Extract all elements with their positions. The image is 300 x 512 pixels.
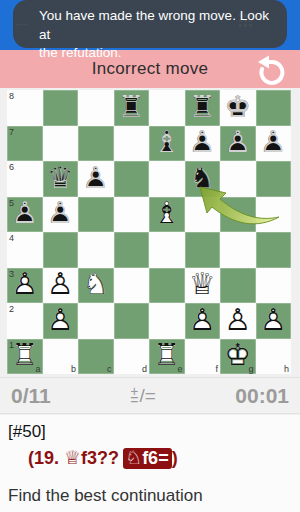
- square-c8[interactable]: [78, 90, 114, 126]
- move-prefix: (19.: [28, 448, 64, 468]
- square-g3[interactable]: [220, 268, 256, 304]
- square-h4[interactable]: [256, 232, 292, 268]
- square-f5[interactable]: [185, 197, 221, 233]
- evaluation-badge[interactable]: + = /=: [130, 385, 156, 407]
- rank-label: 1: [9, 340, 14, 350]
- black-pawn[interactable]: ♟♙: [256, 126, 292, 162]
- knight-glyph: ♘: [125, 446, 142, 468]
- square-h8[interactable]: [256, 90, 292, 126]
- square-d8[interactable]: ♜♖: [114, 90, 150, 126]
- white-pawn[interactable]: ♟♙: [43, 268, 79, 304]
- square-g5[interactable]: [220, 197, 256, 233]
- black-queen[interactable]: ♛♕: [43, 161, 79, 197]
- black-pawn[interactable]: ♟♙: [43, 197, 79, 233]
- square-f7[interactable]: ♟♙: [185, 126, 221, 162]
- square-a6[interactable]: 6: [7, 161, 43, 197]
- black-pawn[interactable]: ♟♙: [220, 126, 256, 162]
- square-d7[interactable]: [114, 126, 150, 162]
- rank-label: 3: [9, 269, 14, 279]
- square-b4[interactable]: [43, 232, 79, 268]
- file-label: b: [71, 364, 76, 374]
- file-label: h: [284, 364, 289, 374]
- square-a2[interactable]: 2: [7, 303, 43, 339]
- square-h2[interactable]: ♟♙: [256, 303, 292, 339]
- rank-label: 7: [9, 127, 14, 137]
- black-rook[interactable]: ♜♖: [185, 90, 221, 126]
- square-b8[interactable]: [43, 90, 79, 126]
- file-label: e: [177, 364, 182, 374]
- white-pawn[interactable]: ♟♙: [256, 303, 292, 339]
- rank-label: 6: [9, 162, 14, 172]
- square-g1[interactable]: g♚♔: [220, 339, 256, 375]
- rank-label: 8: [9, 91, 14, 101]
- square-h5[interactable]: [256, 197, 292, 233]
- file-label: c: [107, 364, 112, 374]
- black-pawn[interactable]: ♟♙: [185, 126, 221, 162]
- square-f3[interactable]: ♛♕: [185, 268, 221, 304]
- white-queen[interactable]: ♛♕: [185, 268, 221, 304]
- square-f8[interactable]: ♜♖: [185, 90, 221, 126]
- eval-equals: =: [130, 396, 138, 405]
- square-a7[interactable]: 7: [7, 126, 43, 162]
- square-b1[interactable]: b: [43, 339, 79, 375]
- square-a1[interactable]: 1a♜♖: [7, 339, 43, 375]
- square-d2[interactable]: [114, 303, 150, 339]
- white-pawn[interactable]: ♟♙: [43, 303, 79, 339]
- square-a4[interactable]: 4: [7, 232, 43, 268]
- square-a8[interactable]: 8: [7, 90, 43, 126]
- black-pawn[interactable]: ♟♙: [78, 161, 114, 197]
- square-c4[interactable]: [78, 232, 114, 268]
- square-f4[interactable]: [185, 232, 221, 268]
- square-f2[interactable]: ♟♙: [185, 303, 221, 339]
- square-h1[interactable]: h: [256, 339, 292, 375]
- undo-icon[interactable]: [252, 53, 290, 85]
- square-d3[interactable]: [114, 268, 150, 304]
- square-b2[interactable]: ♟♙: [43, 303, 79, 339]
- square-g2[interactable]: ♟♙: [220, 303, 256, 339]
- square-e7[interactable]: ♝♗: [149, 126, 185, 162]
- square-d4[interactable]: [114, 232, 150, 268]
- square-e5[interactable]: ♝♗: [149, 197, 185, 233]
- file-label: a: [35, 364, 40, 374]
- white-knight[interactable]: ♞♘: [78, 268, 114, 304]
- status-bar: 0/11 + = /= 00:01: [0, 377, 300, 414]
- white-bishop[interactable]: ♝♗: [149, 197, 185, 233]
- toast-line1: You have made the wrong move. Look at: [39, 8, 269, 42]
- white-pawn[interactable]: ♟♙: [185, 303, 221, 339]
- file-label: f: [215, 364, 218, 374]
- move-line[interactable]: (19. ♕f3??♘f6=): [28, 446, 178, 469]
- task-prompt: Find the best continuation: [8, 486, 203, 506]
- refutation-text: f6=: [142, 448, 169, 468]
- toast-line2: the refutation.: [39, 45, 122, 60]
- square-d6[interactable]: [114, 161, 150, 197]
- square-c5[interactable]: [78, 197, 114, 233]
- square-c1[interactable]: c: [78, 339, 114, 375]
- square-h7[interactable]: ♟♙: [256, 126, 292, 162]
- square-g4[interactable]: [220, 232, 256, 268]
- square-g7[interactable]: ♟♙: [220, 126, 256, 162]
- square-c7[interactable]: [78, 126, 114, 162]
- square-h3[interactable]: [256, 268, 292, 304]
- file-label: d: [142, 364, 147, 374]
- rank-label: 5: [9, 198, 14, 208]
- square-h6[interactable]: [256, 161, 292, 197]
- square-d1[interactable]: d: [114, 339, 150, 375]
- file-label: g: [248, 364, 253, 374]
- square-e1[interactable]: e♜♖: [149, 339, 185, 375]
- black-rook[interactable]: ♜♖: [114, 90, 150, 126]
- black-king[interactable]: ♚♔: [220, 90, 256, 126]
- square-c3[interactable]: ♞♘: [78, 268, 114, 304]
- square-e3[interactable]: [149, 268, 185, 304]
- rank-label: 2: [9, 304, 14, 314]
- square-b5[interactable]: ♟♙: [43, 197, 79, 233]
- square-b6[interactable]: ♛♕: [43, 161, 79, 197]
- square-c6[interactable]: ♟♙: [78, 161, 114, 197]
- square-g8[interactable]: ♚♔: [220, 90, 256, 126]
- square-f6[interactable]: ♞♘: [185, 161, 221, 197]
- eval-suffix: /=: [139, 385, 155, 407]
- white-pawn[interactable]: ♟♙: [220, 303, 256, 339]
- refutation-move[interactable]: ♘f6=: [123, 448, 172, 469]
- square-e4[interactable]: [149, 232, 185, 268]
- black-bishop[interactable]: ♝♗: [149, 126, 185, 162]
- square-e6[interactable]: [149, 161, 185, 197]
- square-d5[interactable]: [114, 197, 150, 233]
- move-suffix: ): [172, 448, 178, 468]
- square-b3[interactable]: ♟♙: [43, 268, 79, 304]
- square-c2[interactable]: [78, 303, 114, 339]
- annotation-panel: [#50] (19. ♕f3??♘f6=) Find the best cont…: [0, 415, 300, 512]
- square-a5[interactable]: 5♟♙: [7, 197, 43, 233]
- white-move-text: f3??: [81, 448, 119, 468]
- timer: 00:01: [235, 384, 289, 408]
- square-a3[interactable]: 3♟♙: [7, 268, 43, 304]
- progress-counter: 0/11: [11, 384, 51, 408]
- square-g6[interactable]: [220, 161, 256, 197]
- square-b7[interactable]: [43, 126, 79, 162]
- white-queen-glyph: ♕: [64, 446, 81, 468]
- rank-label: 4: [9, 233, 14, 243]
- square-e2[interactable]: [149, 303, 185, 339]
- square-f1[interactable]: f: [185, 339, 221, 375]
- chess-board[interactable]: 8♜♖♜♖♚♔7♝♗♟♙♟♙♟♙6♛♕♟♙♞♘5♟♙♟♙♝♗43♟♙♟♙♞♘♛♕…: [7, 90, 291, 374]
- square-e8[interactable]: [149, 90, 185, 126]
- puzzle-number: [#50]: [8, 422, 46, 442]
- black-knight[interactable]: ♞♘: [185, 161, 221, 197]
- toast-message: You have made the wrong move. Look at th…: [13, 0, 287, 48]
